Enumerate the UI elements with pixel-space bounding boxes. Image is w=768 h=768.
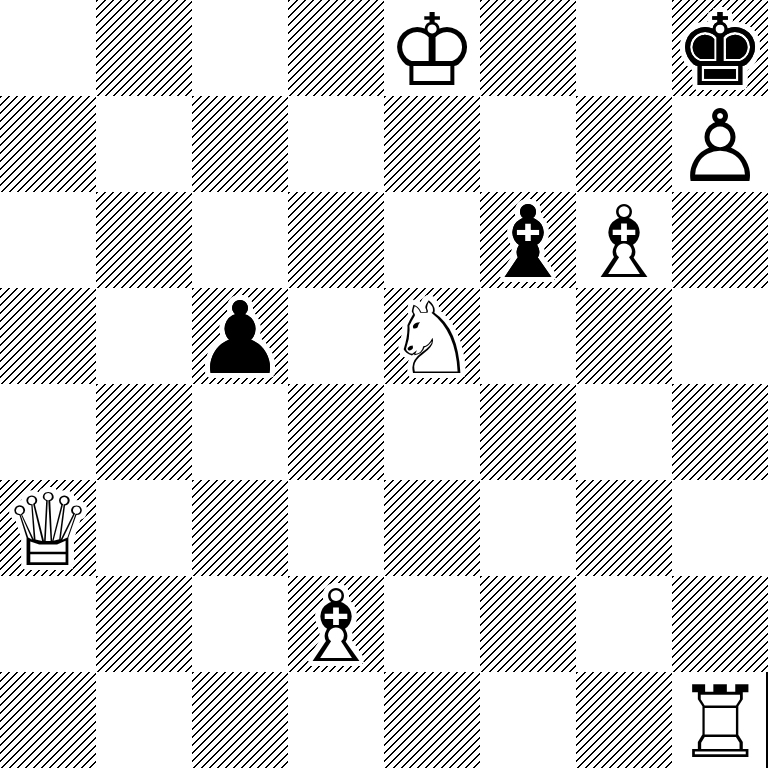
square-f7[interactable] [480,96,576,192]
square-c8[interactable] [192,0,288,96]
square-e8[interactable] [384,0,480,96]
square-b6[interactable] [96,192,192,288]
square-f4[interactable] [480,384,576,480]
square-a4[interactable] [0,384,96,480]
square-g3[interactable] [576,480,672,576]
square-e4[interactable] [384,384,480,480]
square-f2[interactable] [480,576,576,672]
white-king[interactable] [384,0,480,96]
square-d5[interactable] [288,288,384,384]
square-a3[interactable] [0,480,96,576]
square-f6[interactable] [480,192,576,288]
square-b3[interactable] [96,480,192,576]
white-bishop[interactable] [576,192,672,288]
square-d3[interactable] [288,480,384,576]
square-a6[interactable] [0,192,96,288]
white-queen[interactable] [0,480,96,576]
white-rook[interactable] [672,672,768,768]
square-f5[interactable] [480,288,576,384]
square-e3[interactable] [384,480,480,576]
square-h4[interactable] [672,384,768,480]
square-e7[interactable] [384,96,480,192]
square-h2[interactable] [672,576,768,672]
square-a2[interactable] [0,576,96,672]
square-a8[interactable] [0,0,96,96]
square-a7[interactable] [0,96,96,192]
square-b2[interactable] [96,576,192,672]
square-h3[interactable] [672,480,768,576]
square-b8[interactable] [96,0,192,96]
square-g7[interactable] [576,96,672,192]
square-d7[interactable] [288,96,384,192]
square-c7[interactable] [192,96,288,192]
square-c2[interactable] [192,576,288,672]
square-d1[interactable] [288,672,384,768]
square-g5[interactable] [576,288,672,384]
square-g1[interactable] [576,672,672,768]
white-pawn[interactable] [672,96,768,192]
square-h1[interactable] [672,672,768,768]
square-a5[interactable] [0,288,96,384]
square-b7[interactable] [96,96,192,192]
square-b5[interactable] [96,288,192,384]
black-pawn[interactable] [192,288,288,384]
square-h5[interactable] [672,288,768,384]
square-h7[interactable] [672,96,768,192]
square-f3[interactable] [480,480,576,576]
square-f1[interactable] [480,672,576,768]
square-e5[interactable] [384,288,480,384]
square-d4[interactable] [288,384,384,480]
square-d2[interactable] [288,576,384,672]
square-c4[interactable] [192,384,288,480]
black-king[interactable] [672,0,768,96]
square-g6[interactable] [576,192,672,288]
square-h6[interactable] [672,192,768,288]
square-c1[interactable] [192,672,288,768]
square-c6[interactable] [192,192,288,288]
square-c5[interactable] [192,288,288,384]
square-b4[interactable] [96,384,192,480]
square-e2[interactable] [384,576,480,672]
square-c3[interactable] [192,480,288,576]
square-e1[interactable] [384,672,480,768]
square-g8[interactable] [576,0,672,96]
white-bishop[interactable] [288,576,384,672]
square-e6[interactable] [384,192,480,288]
square-g4[interactable] [576,384,672,480]
square-d8[interactable] [288,0,384,96]
white-knight[interactable] [384,288,480,384]
square-g2[interactable] [576,576,672,672]
square-a1[interactable] [0,672,96,768]
black-bishop[interactable] [480,192,576,288]
square-h8[interactable] [672,0,768,96]
square-b1[interactable] [96,672,192,768]
square-f8[interactable] [480,0,576,96]
square-d6[interactable] [288,192,384,288]
chess-board [0,0,768,768]
